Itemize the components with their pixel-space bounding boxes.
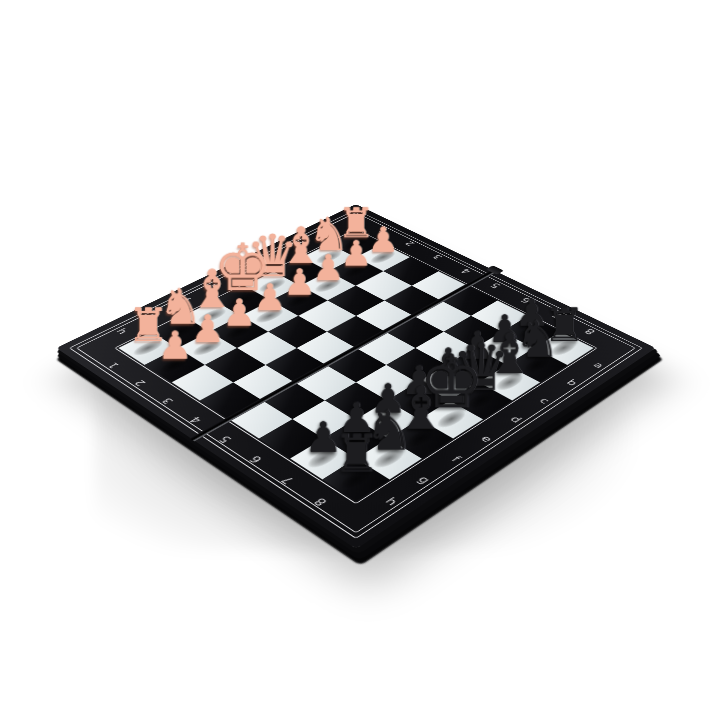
board-grid: ♜♞♝♚♛♝♞♜♟♟♟♟♟♟♟♟♟♟♟♟♟♟♟♟♜♞♝♚♛♝♞♜ — [118, 230, 593, 500]
square-f4[interactable] — [265, 348, 325, 382]
square-d4[interactable] — [326, 315, 384, 347]
black-rook-h8[interactable]: ♜ — [316, 427, 395, 479]
product-photo-stage: ♜♞♝♚♛♝♞♜♟♟♟♟♟♟♟♟♟♟♟♟♟♟♟♟♜♞♝♚♛♝♞♜ 11hh22g… — [0, 0, 717, 717]
chess-board: ♜♞♝♚♛♝♞♜♟♟♟♟♟♟♟♟♟♟♟♟♟♟♟♟♜♞♝♚♛♝♞♜ 11hh22g… — [56, 204, 656, 549]
pink-pawn-h2[interactable]: ♟ — [139, 326, 210, 365]
square-h8[interactable]: ♜ — [322, 458, 389, 500]
scene: ♜♞♝♚♛♝♞♜♟♟♟♟♟♟♟♟♟♟♟♟♟♟♟♟♜♞♝♚♛♝♞♜ 11hh22g… — [0, 0, 714, 706]
